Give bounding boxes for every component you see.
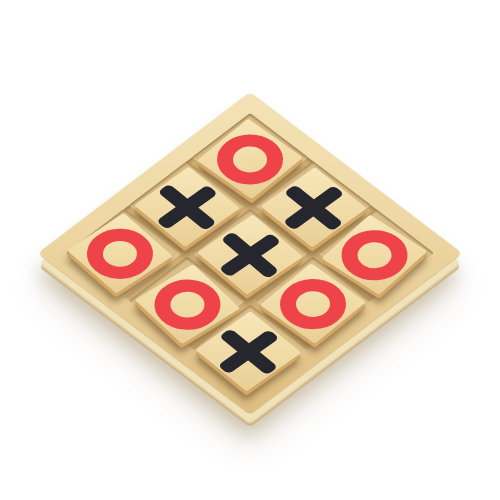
piece-o	[279, 277, 347, 329]
piece-o	[216, 133, 284, 185]
tic-tac-toe-board	[38, 91, 462, 413]
piece-o	[339, 227, 411, 281]
piece-x	[213, 226, 287, 282]
board-grid	[66, 113, 434, 392]
piece-x	[278, 180, 350, 235]
piece-o	[151, 276, 224, 331]
piece-x	[151, 179, 223, 234]
product-photo-stage	[0, 0, 500, 500]
piece-o	[85, 226, 155, 280]
piece-x	[212, 323, 284, 378]
